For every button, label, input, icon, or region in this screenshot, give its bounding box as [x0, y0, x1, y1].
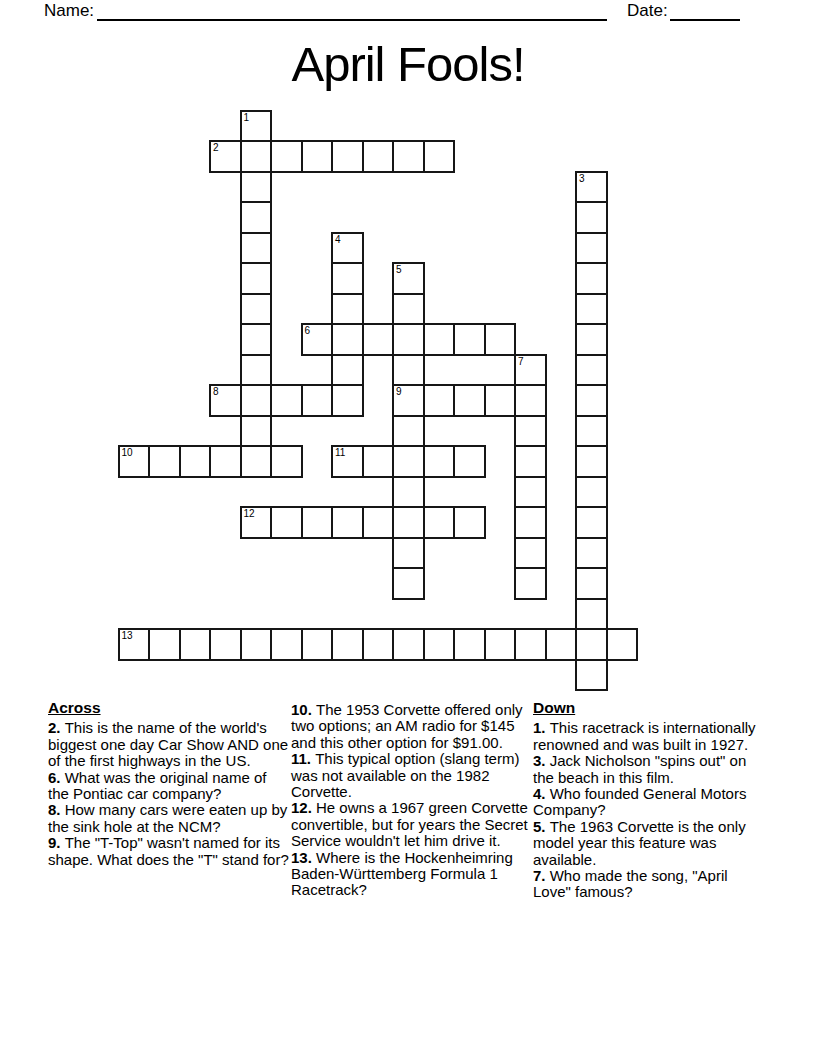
clue-number: 1 — [244, 112, 250, 123]
grid-cell-r13c4[interactable]: 12 — [240, 506, 273, 539]
grid-cell-r7c15[interactable] — [575, 323, 608, 356]
worksheet-page: Name: Date: April Fools! 123456789101112… — [0, 0, 816, 1056]
clue-number: 10 — [122, 447, 133, 458]
grid-cell-r17c16[interactable] — [606, 628, 639, 661]
clue-number-label: 7. — [533, 867, 550, 884]
grid-cell-r6c4[interactable] — [240, 293, 273, 326]
grid-cell-r5c9[interactable]: 5 — [392, 262, 425, 295]
grid-cell-r9c6[interactable] — [301, 384, 334, 417]
clue-9: 9. The "T-Top" wasn't named for its shap… — [48, 835, 290, 868]
grid-cell-r11c8[interactable] — [362, 445, 395, 478]
grid-cell-r1c5[interactable] — [270, 140, 303, 173]
grid-cell-r10c13[interactable] — [514, 415, 547, 448]
clue-number-label: 12. — [291, 799, 316, 816]
grid-cell-r1c9[interactable] — [392, 140, 425, 173]
grid-cell-r17c11[interactable] — [453, 628, 486, 661]
grid-cell-r17c14[interactable] — [545, 628, 578, 661]
grid-cell-r11c11[interactable] — [453, 445, 486, 478]
grid-cell-r13c13[interactable] — [514, 506, 547, 539]
grid-cell-r7c9[interactable] — [392, 323, 425, 356]
grid-cell-r17c3[interactable] — [209, 628, 242, 661]
grid-cell-r10c4[interactable] — [240, 415, 273, 448]
across-clues-list-1: 2. This is the name of the world's bigge… — [48, 720, 290, 868]
grid-cell-r17c10[interactable] — [423, 628, 456, 661]
clue-3: 3. Jack Nicholson "spins out" on the bea… — [533, 753, 757, 786]
grid-cell-r5c7[interactable] — [331, 262, 364, 295]
clue-number: 4 — [335, 234, 341, 245]
down-header: Down — [533, 700, 757, 716]
grid-cell-r11c4[interactable] — [240, 445, 273, 478]
grid-cell-r11c1[interactable] — [148, 445, 181, 478]
clue-number-label: 9. — [48, 834, 65, 851]
grid-cell-r13c6[interactable] — [301, 506, 334, 539]
grid-cell-r8c4[interactable] — [240, 354, 273, 387]
grid-cell-r1c3[interactable]: 2 — [209, 140, 242, 173]
grid-cell-r9c11[interactable] — [453, 384, 486, 417]
grid-cell-r12c15[interactable] — [575, 476, 608, 509]
grid-cell-r17c7[interactable] — [331, 628, 364, 661]
grid-cell-r1c7[interactable] — [331, 140, 364, 173]
clue-number-label: 4. — [533, 785, 550, 802]
down-clues-list: 1. This racetrack is internationally ren… — [533, 720, 757, 900]
grid-cell-r10c9[interactable] — [392, 415, 425, 448]
grid-cell-r5c4[interactable] — [240, 262, 273, 295]
grid-cell-r14c9[interactable] — [392, 537, 425, 570]
grid-cell-r11c13[interactable] — [514, 445, 547, 478]
grid-cell-r2c4[interactable] — [240, 171, 273, 204]
clue-2: 2. This is the name of the world's bigge… — [48, 720, 290, 769]
clue-5: 5. The 1963 Corvette is the only model y… — [533, 819, 757, 868]
grid-cell-r17c4[interactable] — [240, 628, 273, 661]
clue-11: 11. This typical option (slang term) was… — [291, 751, 528, 800]
grid-cell-r4c7[interactable]: 4 — [331, 232, 364, 265]
grid-cell-r3c15[interactable] — [575, 201, 608, 234]
grid-cell-r1c8[interactable] — [362, 140, 395, 173]
grid-cell-r4c15[interactable] — [575, 232, 608, 265]
grid-cell-r6c7[interactable] — [331, 293, 364, 326]
across-clues-column: Across 2. This is the name of the world'… — [48, 700, 290, 868]
grid-cell-r12c13[interactable] — [514, 476, 547, 509]
grid-cell-r7c8[interactable] — [362, 323, 395, 356]
grid-cell-r11c5[interactable] — [270, 445, 303, 478]
grid-cell-r17c13[interactable] — [514, 628, 547, 661]
grid-cell-r0c4[interactable]: 1 — [240, 110, 273, 143]
clue-1: 1. This racetrack is internationally ren… — [533, 720, 757, 753]
crossword-grid: 12345678910111213 — [0, 0, 816, 720]
clue-number-label: 13. — [291, 849, 316, 866]
grid-cell-r9c5[interactable] — [270, 384, 303, 417]
clue-number: 7 — [518, 356, 524, 367]
grid-cell-r16c15[interactable] — [575, 598, 608, 631]
grid-cell-r17c8[interactable] — [362, 628, 395, 661]
clue-number-label: 6. — [48, 769, 65, 786]
clue-number: 6 — [305, 325, 311, 336]
clue-number-label: 11. — [291, 750, 315, 767]
grid-cell-r9c12[interactable] — [484, 384, 517, 417]
grid-cell-r12c9[interactable] — [392, 476, 425, 509]
grid-cell-r17c6[interactable] — [301, 628, 334, 661]
grid-cell-r9c7[interactable] — [331, 384, 364, 417]
clue-13: 13. Where is the Hockenheimring Baden-Wü… — [291, 850, 528, 899]
clue-4: 4. Who founded General Motors Company? — [533, 786, 757, 819]
across-header: Across — [48, 700, 290, 716]
down-clues-column: Down 1. This racetrack is internationall… — [533, 700, 757, 901]
grid-cell-r9c9[interactable]: 9 — [392, 384, 425, 417]
clue-number-label: 3. — [533, 752, 550, 769]
grid-cell-r5c15[interactable] — [575, 262, 608, 295]
grid-cell-r6c15[interactable] — [575, 293, 608, 326]
grid-cell-r4c4[interactable] — [240, 232, 273, 265]
grid-cell-r14c13[interactable] — [514, 537, 547, 570]
clue-7: 7. Who made the song, "April Love" famou… — [533, 868, 757, 901]
clue-number-label: 1. — [533, 719, 550, 736]
grid-cell-r17c12[interactable] — [484, 628, 517, 661]
grid-cell-r13c5[interactable] — [270, 506, 303, 539]
grid-cell-r7c6[interactable]: 6 — [301, 323, 334, 356]
grid-cell-r9c4[interactable] — [240, 384, 273, 417]
clue-6: 6. What was the original name of the Pon… — [48, 770, 290, 803]
clue-10: 10. The 1953 Corvette offered only two o… — [291, 702, 528, 751]
grid-cell-r11c2[interactable] — [179, 445, 212, 478]
grid-cell-r2c15[interactable]: 3 — [575, 171, 608, 204]
clue-number-label: 2. — [48, 719, 65, 736]
grid-cell-r7c11[interactable] — [453, 323, 486, 356]
grid-cell-r13c10[interactable] — [423, 506, 456, 539]
grid-cell-r9c13[interactable] — [514, 384, 547, 417]
clue-number: 5 — [396, 264, 402, 275]
clue-number: 12 — [244, 508, 255, 519]
grid-cell-r8c7[interactable] — [331, 354, 364, 387]
clue-12: 12. He owns a 1967 green Corvette conver… — [291, 800, 528, 849]
grid-cell-r15c13[interactable] — [514, 567, 547, 600]
grid-cell-r11c15[interactable] — [575, 445, 608, 478]
grid-cell-r1c4[interactable] — [240, 140, 273, 173]
grid-cell-r13c9[interactable] — [392, 506, 425, 539]
across-clues-list-2: 10. The 1953 Corvette offered only two o… — [291, 702, 528, 899]
grid-cell-r7c4[interactable] — [240, 323, 273, 356]
grid-cell-r9c10[interactable] — [423, 384, 456, 417]
grid-cell-r13c7[interactable] — [331, 506, 364, 539]
grid-cell-r10c15[interactable] — [575, 415, 608, 448]
grid-cell-r11c9[interactable] — [392, 445, 425, 478]
grid-cell-r17c5[interactable] — [270, 628, 303, 661]
clue-number: 8 — [213, 386, 219, 397]
clue-number: 2 — [213, 142, 219, 153]
clue-8: 8. How many cars were eaten up by the si… — [48, 802, 290, 835]
grid-cell-r13c15[interactable] — [575, 506, 608, 539]
grid-cell-r8c13[interactable]: 7 — [514, 354, 547, 387]
grid-cell-r6c9[interactable] — [392, 293, 425, 326]
grid-cell-r1c10[interactable] — [423, 140, 456, 173]
grid-cell-r15c15[interactable] — [575, 567, 608, 600]
grid-cell-r13c8[interactable] — [362, 506, 395, 539]
grid-cell-r8c15[interactable] — [575, 354, 608, 387]
grid-cell-r7c7[interactable] — [331, 323, 364, 356]
grid-cell-r15c9[interactable] — [392, 567, 425, 600]
grid-cell-r7c12[interactable] — [484, 323, 517, 356]
clue-number: 3 — [579, 173, 585, 184]
grid-cell-r8c9[interactable] — [392, 354, 425, 387]
grid-cell-r11c3[interactable] — [209, 445, 242, 478]
grid-cell-r17c15[interactable] — [575, 628, 608, 661]
grid-cell-r7c10[interactable] — [423, 323, 456, 356]
grid-cell-r13c11[interactable] — [453, 506, 486, 539]
clue-number: 13 — [122, 630, 133, 641]
clue-number-label: 10. — [291, 701, 316, 718]
grid-cell-r18c15[interactable] — [575, 659, 608, 692]
grid-cell-r17c2[interactable] — [179, 628, 212, 661]
across-clues-column-continued: 10. The 1953 Corvette offered only two o… — [291, 702, 528, 899]
grid-cell-r1c6[interactable] — [301, 140, 334, 173]
grid-cell-r9c3[interactable]: 8 — [209, 384, 242, 417]
grid-cell-r11c7[interactable]: 11 — [331, 445, 364, 478]
grid-cell-r17c0[interactable]: 13 — [118, 628, 151, 661]
grid-cell-r11c0[interactable]: 10 — [118, 445, 151, 478]
clue-number: 11 — [335, 447, 345, 458]
clue-number: 9 — [396, 386, 402, 397]
grid-cell-r3c4[interactable] — [240, 201, 273, 234]
clue-number-label: 5. — [533, 818, 550, 835]
grid-cell-r17c9[interactable] — [392, 628, 425, 661]
grid-cell-r17c1[interactable] — [148, 628, 181, 661]
grid-cell-r11c10[interactable] — [423, 445, 456, 478]
clue-number-label: 8. — [48, 801, 65, 818]
grid-cell-r14c15[interactable] — [575, 537, 608, 570]
grid-cell-r9c15[interactable] — [575, 384, 608, 417]
